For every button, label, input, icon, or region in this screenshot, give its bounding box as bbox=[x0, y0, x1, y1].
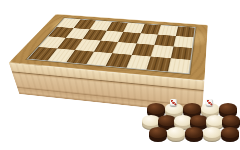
checker-dark bbox=[221, 127, 239, 142]
product-image bbox=[0, 0, 240, 150]
board-square-light bbox=[136, 33, 158, 45]
board-square-dark bbox=[146, 57, 170, 72]
board-square-dark bbox=[106, 53, 132, 67]
board-square-light bbox=[173, 36, 193, 48]
checker-light bbox=[167, 127, 185, 142]
board-square-light bbox=[39, 36, 66, 48]
chessboard bbox=[28, 18, 194, 73]
board-square-light bbox=[126, 55, 151, 70]
board-square-light bbox=[167, 58, 190, 73]
checkers-group bbox=[142, 101, 240, 147]
board-square-light bbox=[47, 48, 75, 62]
checker-dark bbox=[185, 127, 203, 142]
board-square-dark bbox=[131, 43, 154, 56]
board-square-dark bbox=[66, 50, 93, 64]
board-square-light bbox=[151, 45, 173, 58]
die-icon bbox=[206, 99, 213, 106]
board-square-light bbox=[86, 52, 112, 66]
board-square-light bbox=[112, 42, 136, 55]
board-frame bbox=[27, 18, 196, 74]
die-icon bbox=[170, 99, 177, 106]
checker-dark bbox=[149, 127, 167, 142]
checker-light bbox=[203, 127, 221, 142]
board-square-dark bbox=[28, 47, 57, 61]
board-square-dark bbox=[170, 46, 192, 59]
game-case bbox=[9, 14, 208, 81]
board-square-dark bbox=[93, 41, 118, 54]
board-square-dark bbox=[154, 35, 175, 47]
